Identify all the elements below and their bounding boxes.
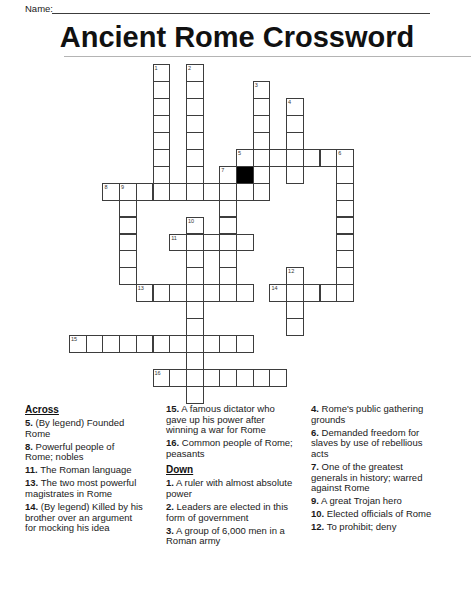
cell-r5c14[interactable]: [303, 149, 321, 167]
middle-clues-column: 15. A famous dictator who gave up his po…: [166, 404, 296, 550]
crossword-grid: 12345678910111213141516: [69, 64, 355, 404]
clue-num-label: 3.: [166, 525, 174, 536]
page-title: Ancient Rome Crossword: [0, 21, 474, 54]
cell-r4c5[interactable]: [153, 132, 171, 150]
across-clue-list-continued: 15. A famous dictator who gave up his po…: [166, 404, 296, 459]
clue-num-label: 11.: [25, 464, 38, 475]
cell-r14c13[interactable]: [286, 301, 304, 319]
cell-r8c3[interactable]: [119, 200, 137, 218]
cell-r7c7[interactable]: [186, 183, 204, 201]
cell-r5c5[interactable]: [153, 149, 171, 167]
clue-num-label: 4.: [311, 403, 319, 414]
cell-r16c0[interactable]: 15: [69, 335, 87, 353]
clue-num-label: 8.: [25, 441, 33, 452]
clue-down-3: 3. A group of 6,000 men in a Roman army: [166, 526, 296, 547]
cell-r18c10[interactable]: [236, 369, 254, 387]
clue-number-10: 10: [188, 218, 194, 224]
cell-r10c10[interactable]: [236, 234, 254, 252]
cell-r7c9[interactable]: [219, 183, 237, 201]
cell-r9c9[interactable]: [219, 217, 237, 235]
clue-number-8: 8: [104, 184, 107, 190]
clue-num-label: 6.: [311, 427, 319, 438]
clue-num-label: 9.: [311, 495, 319, 506]
cell-r4c13[interactable]: [286, 132, 304, 150]
clue-down-12: 12. To prohibit; deny: [311, 522, 433, 533]
cell-r7c16[interactable]: [336, 183, 354, 201]
cell-r13c10[interactable]: [236, 284, 254, 302]
cell-r6c16[interactable]: [336, 166, 354, 184]
clue-number-2: 2: [188, 65, 191, 71]
clue-across-15: 15. A famous dictator who gave up his po…: [166, 404, 296, 436]
cell-r18c12[interactable]: [269, 369, 287, 387]
crossword-worksheet: Name: Ancient Rome Crossword 12345678910…: [0, 0, 474, 613]
cell-r17c7[interactable]: [186, 352, 204, 370]
cell-r13c12[interactable]: 14: [269, 284, 287, 302]
cell-r12c3[interactable]: [119, 267, 137, 285]
cell-r1c7[interactable]: [186, 81, 204, 99]
cell-r13c14[interactable]: [303, 284, 321, 302]
clue-num-label: 15.: [166, 403, 179, 414]
cell-r16c7[interactable]: [186, 335, 204, 353]
cell-r6c9[interactable]: 7: [219, 166, 237, 184]
clue-number-15: 15: [71, 336, 77, 342]
cell-r11c3[interactable]: [119, 250, 137, 268]
clue-number-7: 7: [221, 167, 224, 173]
cell-r15c7[interactable]: [186, 318, 204, 336]
clue-down-10: 10. Elected officials of Rome: [311, 509, 433, 520]
clue-num-label: 10.: [311, 508, 324, 519]
cell-r7c11[interactable]: [253, 183, 271, 201]
cell-r11c9[interactable]: [219, 250, 237, 268]
cell-r2c7[interactable]: [186, 98, 204, 116]
clue-num-label: 14.: [25, 501, 38, 512]
clue-across-13: 13. The two most powerful magistrates in…: [25, 478, 143, 499]
cell-r2c13[interactable]: 4: [286, 98, 304, 116]
cell-r9c3[interactable]: [119, 217, 137, 235]
clue-num-label: 7.: [311, 461, 319, 472]
clue-num-label: 1.: [166, 477, 174, 488]
cell-r4c7[interactable]: [186, 132, 204, 150]
cell-r5c15[interactable]: [320, 149, 338, 167]
cell-r7c2[interactable]: 8: [102, 183, 120, 201]
cell-r12c9[interactable]: [219, 267, 237, 285]
cell-r7c4[interactable]: [136, 183, 154, 201]
cell-r5c11[interactable]: [253, 149, 271, 167]
down-clues-column: 4. Rome's public gathering grounds6. Dem…: [311, 404, 433, 536]
clue-down-1: 1. A ruler with almost absolute power: [166, 478, 296, 499]
cell-r13c15[interactable]: [320, 284, 338, 302]
cell-r5c16[interactable]: 6: [336, 149, 354, 167]
cell-r10c9[interactable]: [219, 234, 237, 252]
clue-number-4: 4: [288, 99, 291, 105]
cell-r6c5[interactable]: [153, 166, 171, 184]
cell-r13c6[interactable]: [169, 284, 187, 302]
clue-number-12: 12: [288, 268, 294, 274]
clue-number-11: 11: [171, 235, 177, 241]
cell-r6c13[interactable]: [286, 166, 304, 184]
cell-r16c8[interactable]: [203, 335, 221, 353]
cell-r2c11[interactable]: [253, 98, 271, 116]
clue-across-11: 11. The Roman language: [25, 465, 143, 476]
cell-r18c6[interactable]: [169, 369, 187, 387]
cell-r5c12[interactable]: [269, 149, 287, 167]
cell-r7c8[interactable]: [203, 183, 221, 201]
cell-r10c16[interactable]: [336, 234, 354, 252]
cell-r18c7[interactable]: [186, 369, 204, 387]
down-clue-list-continued: 4. Rome's public gathering grounds6. Dem…: [311, 404, 433, 533]
down-header: Down: [166, 464, 296, 475]
cell-r14c7[interactable]: [186, 301, 204, 319]
cell-r2c5[interactable]: [153, 98, 171, 116]
clue-num-label: 16.: [166, 437, 179, 448]
clue-number-5: 5: [238, 150, 241, 156]
cell-r19c7[interactable]: [186, 386, 204, 404]
cell-r13c16[interactable]: [336, 284, 354, 302]
cell-r10c7[interactable]: [186, 234, 204, 252]
cell-r10c3[interactable]: [119, 234, 137, 252]
clue-down-7: 7. One of the greatest generals in histo…: [311, 462, 433, 494]
across-header: Across: [25, 404, 143, 415]
black-cell: [236, 166, 254, 184]
cell-r13c5[interactable]: [153, 284, 171, 302]
cell-r18c11[interactable]: [253, 369, 271, 387]
cell-r6c7[interactable]: [186, 166, 204, 184]
down-clue-list: 1. A ruler with almost absolute power2. …: [166, 478, 296, 547]
cell-r11c16[interactable]: [336, 250, 354, 268]
cell-r0c5[interactable]: 1: [153, 64, 171, 82]
name-blank-line[interactable]: [52, 13, 430, 14]
cell-r7c5[interactable]: [153, 183, 171, 201]
cell-r13c7[interactable]: [186, 284, 204, 302]
clue-down-9: 9. A great Trojan hero: [311, 496, 433, 507]
across-clue-list: 5. (By legend) Founded Rome8. Powerful p…: [25, 418, 143, 534]
across-clues-column: Across 5. (By legend) Founded Rome8. Pow…: [25, 404, 143, 536]
cell-r13c13[interactable]: [286, 284, 304, 302]
cell-r16c4[interactable]: [136, 335, 154, 353]
clue-num-label: 13.: [25, 477, 38, 488]
cell-r7c6[interactable]: [169, 183, 187, 201]
title-divider: [64, 56, 471, 57]
cell-r16c6[interactable]: [169, 335, 187, 353]
cell-r9c16[interactable]: [336, 217, 354, 235]
cell-r4c11[interactable]: [253, 132, 271, 150]
clue-across-5: 5. (By legend) Founded Rome: [25, 418, 143, 439]
cell-r9c7[interactable]: 10: [186, 217, 204, 235]
cell-r18c8[interactable]: [203, 369, 221, 387]
cell-r16c1[interactable]: [86, 335, 104, 353]
cell-r3c11[interactable]: [253, 115, 271, 133]
clue-across-14: 14. (By legend) Killed by his brother ov…: [25, 502, 143, 534]
cell-r8c9[interactable]: [219, 200, 237, 218]
cell-r13c8[interactable]: [203, 284, 221, 302]
cell-r12c13[interactable]: 12: [286, 267, 304, 285]
cell-r8c16[interactable]: [336, 200, 354, 218]
cell-r15c13[interactable]: [286, 318, 304, 336]
cell-r3c7[interactable]: [186, 115, 204, 133]
clue-down-6: 6. Demanded freedom for slaves by use of…: [311, 428, 433, 460]
cell-r6c11[interactable]: [253, 166, 271, 184]
cell-r5c7[interactable]: [186, 149, 204, 167]
cell-r13c9[interactable]: [219, 284, 237, 302]
cell-r16c5[interactable]: [153, 335, 171, 353]
cell-r16c2[interactable]: [102, 335, 120, 353]
cell-r12c7[interactable]: [186, 267, 204, 285]
clue-number-14: 14: [271, 285, 277, 291]
cell-r16c3[interactable]: [119, 335, 137, 353]
cell-r11c7[interactable]: [186, 250, 204, 268]
cell-r5c13[interactable]: [286, 149, 304, 167]
clue-number-9: 9: [121, 184, 124, 190]
cell-r10c8[interactable]: [203, 234, 221, 252]
clue-num-label: 5.: [25, 417, 33, 428]
clue-number-16: 16: [155, 370, 161, 376]
clue-number-6: 6: [338, 150, 341, 156]
clue-number-1: 1: [155, 65, 158, 71]
cell-r0c7[interactable]: 2: [186, 64, 204, 82]
clue-number-3: 3: [255, 82, 258, 88]
name-label: Name:: [25, 3, 53, 14]
cell-r3c13[interactable]: [286, 115, 304, 133]
cell-r18c9[interactable]: [219, 369, 237, 387]
cell-r12c16[interactable]: [336, 267, 354, 285]
clue-num-label: 2.: [166, 501, 174, 512]
clue-down-2: 2. Leaders are elected in this form of g…: [166, 502, 296, 523]
cell-r7c3[interactable]: 9: [119, 183, 137, 201]
clue-num-label: 12.: [311, 521, 324, 532]
cell-r3c5[interactable]: [153, 115, 171, 133]
cell-r18c5[interactable]: 16: [153, 369, 171, 387]
cell-r1c11[interactable]: 3: [253, 81, 271, 99]
cell-r10c6[interactable]: 11: [169, 234, 187, 252]
cell-r7c10[interactable]: [236, 183, 254, 201]
cell-r13c4[interactable]: 13: [136, 284, 154, 302]
clue-across-16: 16. Common people of Rome; peasants: [166, 438, 296, 459]
clue-down-4: 4. Rome's public gathering grounds: [311, 404, 433, 425]
cell-r1c5[interactable]: [153, 81, 171, 99]
cell-r16c9[interactable]: [219, 335, 237, 353]
cell-r5c10[interactable]: 5: [236, 149, 254, 167]
cell-r16c10[interactable]: [236, 335, 254, 353]
clue-across-8: 8. Powerful people of Rome; nobles: [25, 442, 143, 463]
clue-number-13: 13: [138, 285, 144, 291]
